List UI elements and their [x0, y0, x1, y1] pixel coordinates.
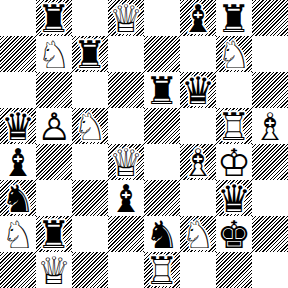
- square-e2[interactable]: ♞♞: [144, 216, 180, 252]
- piece-glyph: ♖: [216, 109, 252, 145]
- square-a8[interactable]: [0, 0, 36, 36]
- piece-black-queen: ♛♛: [0, 108, 36, 144]
- square-g5[interactable]: ♜♖: [216, 108, 252, 144]
- square-a6[interactable]: [0, 72, 36, 108]
- piece-glyph: ♙: [36, 109, 72, 145]
- piece-white-pawn: ♟♙: [36, 108, 72, 144]
- square-h2[interactable]: [252, 216, 288, 252]
- square-f1[interactable]: [180, 252, 216, 288]
- piece-glyph: ♜: [36, 1, 72, 37]
- square-g2[interactable]: ♚♚: [216, 216, 252, 252]
- piece-glyph: ♝: [108, 181, 144, 217]
- piece-black-rook: ♜♜: [144, 72, 180, 108]
- piece-black-knight: ♞♞: [0, 180, 36, 216]
- square-b5[interactable]: ♟♙: [36, 108, 72, 144]
- piece-black-bishop: ♝♝: [180, 0, 216, 36]
- square-d8[interactable]: ♛♕: [108, 0, 144, 36]
- piece-glyph: ♗: [252, 109, 288, 145]
- square-c6[interactable]: [72, 72, 108, 108]
- square-b4[interactable]: [36, 144, 72, 180]
- piece-white-knight: ♞♘: [36, 36, 72, 72]
- piece-glyph: ♘: [36, 37, 72, 73]
- square-f5[interactable]: [180, 108, 216, 144]
- piece-white-queen: ♛♕: [108, 0, 144, 36]
- piece-black-king: ♚♚: [216, 216, 252, 252]
- square-h6[interactable]: [252, 72, 288, 108]
- square-e8[interactable]: [144, 0, 180, 36]
- square-g8[interactable]: ♜♜: [216, 0, 252, 36]
- square-h8[interactable]: [252, 0, 288, 36]
- piece-glyph: ♘: [180, 217, 216, 253]
- square-g1[interactable]: [216, 252, 252, 288]
- square-a3[interactable]: ♞♞: [0, 180, 36, 216]
- piece-glyph: ♝: [0, 145, 36, 181]
- square-d4[interactable]: ♛♕: [108, 144, 144, 180]
- piece-glyph: ♛: [180, 73, 216, 109]
- piece-glyph: ♛: [0, 109, 36, 145]
- piece-glyph: ♜: [144, 73, 180, 109]
- piece-black-rook: ♜♜: [72, 36, 108, 72]
- square-c1[interactable]: [72, 252, 108, 288]
- square-e6[interactable]: ♜♜: [144, 72, 180, 108]
- square-h1[interactable]: [252, 252, 288, 288]
- piece-white-bishop: ♝♗: [180, 144, 216, 180]
- square-d2[interactable]: [108, 216, 144, 252]
- piece-white-rook: ♜♖: [216, 108, 252, 144]
- piece-glyph: ♚: [216, 217, 252, 253]
- piece-black-rook: ♜♜: [216, 0, 252, 36]
- square-f8[interactable]: ♝♝: [180, 0, 216, 36]
- square-h5[interactable]: ♝♗: [252, 108, 288, 144]
- square-e7[interactable]: [144, 36, 180, 72]
- piece-glyph: ♕: [108, 1, 144, 37]
- piece-glyph: ♔: [216, 145, 252, 181]
- square-d6[interactable]: [108, 72, 144, 108]
- piece-white-king: ♚♔: [216, 144, 252, 180]
- square-h7[interactable]: [252, 36, 288, 72]
- square-e5[interactable]: [144, 108, 180, 144]
- piece-black-queen: ♛♛: [180, 72, 216, 108]
- square-g7[interactable]: ♞♘: [216, 36, 252, 72]
- square-c5[interactable]: ♞♘: [72, 108, 108, 144]
- piece-glyph: ♗: [180, 145, 216, 181]
- square-d3[interactable]: ♝♝: [108, 180, 144, 216]
- piece-glyph: ♕: [36, 253, 72, 288]
- square-f2[interactable]: ♞♘: [180, 216, 216, 252]
- piece-glyph: ♝: [180, 1, 216, 37]
- piece-white-knight: ♞♘: [0, 216, 36, 252]
- square-g4[interactable]: ♚♔: [216, 144, 252, 180]
- square-c3[interactable]: [72, 180, 108, 216]
- piece-white-rook: ♜♖: [144, 252, 180, 288]
- square-a4[interactable]: ♝♝: [0, 144, 36, 180]
- square-f3[interactable]: [180, 180, 216, 216]
- piece-glyph: ♛: [216, 181, 252, 217]
- square-e1[interactable]: ♜♖: [144, 252, 180, 288]
- square-f7[interactable]: [180, 36, 216, 72]
- square-e4[interactable]: [144, 144, 180, 180]
- piece-white-knight: ♞♘: [216, 36, 252, 72]
- piece-black-queen: ♛♛: [216, 180, 252, 216]
- piece-glyph: ♕: [108, 145, 144, 181]
- square-b8[interactable]: ♜♜: [36, 0, 72, 36]
- piece-black-rook: ♜♜: [36, 0, 72, 36]
- square-a2[interactable]: ♞♘: [0, 216, 36, 252]
- square-d5[interactable]: [108, 108, 144, 144]
- square-c8[interactable]: [72, 0, 108, 36]
- piece-glyph: ♘: [216, 37, 252, 73]
- piece-glyph: ♞: [144, 217, 180, 253]
- square-h3[interactable]: [252, 180, 288, 216]
- square-c2[interactable]: [72, 216, 108, 252]
- piece-white-queen: ♛♕: [108, 144, 144, 180]
- piece-glyph: ♘: [72, 109, 108, 145]
- square-f6[interactable]: ♛♛: [180, 72, 216, 108]
- piece-black-knight: ♞♞: [144, 216, 180, 252]
- square-e3[interactable]: [144, 180, 180, 216]
- square-b6[interactable]: [36, 72, 72, 108]
- piece-glyph: ♖: [144, 253, 180, 288]
- square-a1[interactable]: [0, 252, 36, 288]
- piece-glyph: ♜: [72, 37, 108, 73]
- piece-white-knight: ♞♘: [72, 108, 108, 144]
- square-b7[interactable]: ♞♘: [36, 36, 72, 72]
- square-b1[interactable]: ♛♕: [36, 252, 72, 288]
- piece-white-queen: ♛♕: [36, 252, 72, 288]
- square-d7[interactable]: [108, 36, 144, 72]
- square-b3[interactable]: [36, 180, 72, 216]
- piece-black-bishop: ♝♝: [0, 144, 36, 180]
- chess-board: ♜♜♛♕♝♝♜♜♞♘♜♜♞♘♜♜♛♛♛♛♟♙♞♘♜♖♝♗♝♝♛♕♝♗♚♔♞♞♝♝…: [0, 0, 288, 288]
- piece-glyph: ♜: [36, 217, 72, 253]
- square-c7[interactable]: ♜♜: [72, 36, 108, 72]
- piece-black-rook: ♜♜: [36, 216, 72, 252]
- square-a5[interactable]: ♛♛: [0, 108, 36, 144]
- piece-glyph: ♜: [216, 1, 252, 37]
- piece-glyph: ♞: [0, 181, 36, 217]
- piece-glyph: ♘: [0, 217, 36, 253]
- piece-white-bishop: ♝♗: [252, 108, 288, 144]
- square-g3[interactable]: ♛♛: [216, 180, 252, 216]
- square-c4[interactable]: [72, 144, 108, 180]
- square-g6[interactable]: [216, 72, 252, 108]
- piece-white-knight: ♞♘: [180, 216, 216, 252]
- square-h4[interactable]: [252, 144, 288, 180]
- square-d1[interactable]: [108, 252, 144, 288]
- piece-black-bishop: ♝♝: [108, 180, 144, 216]
- square-b2[interactable]: ♜♜: [36, 216, 72, 252]
- square-a7[interactable]: [0, 36, 36, 72]
- square-f4[interactable]: ♝♗: [180, 144, 216, 180]
